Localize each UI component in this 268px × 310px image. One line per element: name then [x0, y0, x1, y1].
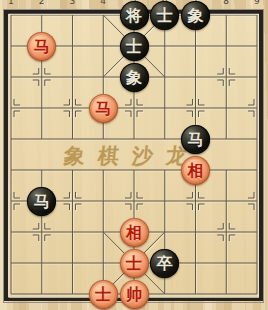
piece-black-advisor-2[interactable]: 士 — [120, 32, 149, 61]
ruler-number-2: 2 — [39, 0, 45, 6]
piece-red-advisor-2[interactable]: 士 — [89, 280, 118, 309]
ruler-number-9: 9 — [254, 0, 260, 6]
piece-character: 士 — [157, 8, 173, 24]
piece-red-elephant-1[interactable]: 相 — [181, 156, 210, 185]
piece-red-elephant-2[interactable]: 相 — [120, 218, 149, 247]
ruler-number-3: 3 — [70, 0, 76, 6]
piece-black-pawn-1[interactable]: 卒 — [150, 249, 179, 278]
piece-character: 相 — [126, 225, 142, 241]
piece-character: 帅 — [126, 287, 142, 303]
piece-character: 马 — [34, 39, 50, 55]
piece-black-general[interactable]: 将 — [120, 1, 149, 30]
piece-red-general[interactable]: 帅 — [120, 280, 149, 309]
ruler-number-8: 8 — [223, 0, 229, 6]
piece-character: 相 — [188, 163, 204, 179]
piece-black-horse-1[interactable]: 马 — [181, 125, 210, 154]
piece-red-advisor-1[interactable]: 士 — [120, 249, 149, 278]
piece-red-horse-1[interactable]: 马 — [27, 32, 56, 61]
piece-character: 士 — [95, 287, 111, 303]
piece-character: 卒 — [157, 256, 173, 272]
piece-character: 象 — [126, 70, 142, 86]
river-watermark: 象棋沙龙 — [63, 143, 202, 169]
ruler-number-1: 1 — [8, 0, 14, 6]
piece-character: 士 — [126, 256, 142, 272]
piece-character: 将 — [126, 8, 142, 24]
piece-black-elephant-1[interactable]: 象 — [181, 1, 210, 30]
piece-character: 象 — [188, 8, 204, 24]
piece-black-horse-2[interactable]: 马 — [27, 187, 56, 216]
ruler-number-4: 4 — [100, 0, 106, 6]
xiangqi-app: 123456789 象棋沙龙 将士象马士象马马相马相士卒士帅 — [0, 0, 268, 310]
piece-red-horse-2[interactable]: 马 — [89, 94, 118, 123]
piece-character: 马 — [95, 101, 111, 117]
piece-character: 马 — [34, 194, 50, 210]
piece-character: 士 — [126, 39, 142, 55]
piece-black-advisor-1[interactable]: 士 — [150, 1, 179, 30]
piece-character: 马 — [188, 132, 204, 148]
piece-black-elephant-2[interactable]: 象 — [120, 63, 149, 92]
